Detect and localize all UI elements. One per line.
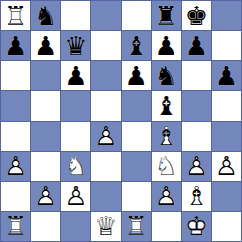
piece-black-pawn: ♟ [61, 61, 90, 90]
piece-white-pawn-fill: ♟ [152, 182, 181, 211]
piece-white-bishop: ♗ [152, 122, 181, 151]
square-g2[interactable]: ♝♗ [182, 182, 211, 211]
square-h5[interactable] [212, 91, 241, 120]
piece-white-pawn-fill: ♟ [31, 182, 60, 211]
square-h4[interactable] [212, 122, 241, 151]
piece-black-bishop: ♝ [152, 91, 181, 120]
piece-white-pawn: ♙ [61, 182, 90, 211]
piece-white-pawn: ♙ [212, 152, 241, 181]
piece-black-pawn: ♟ [212, 61, 241, 90]
square-g3[interactable]: ♟♙ [182, 152, 211, 181]
square-d6[interactable] [91, 61, 120, 90]
square-d4[interactable]: ♟♙ [91, 122, 120, 151]
square-d2[interactable] [91, 182, 120, 211]
piece-black-king: ♚ [182, 1, 211, 30]
square-e3[interactable] [122, 152, 151, 181]
square-c5[interactable] [61, 91, 90, 120]
square-f4[interactable]: ♝♗ [152, 122, 181, 151]
square-e2[interactable] [122, 182, 151, 211]
square-d7[interactable] [91, 31, 120, 60]
square-b4[interactable] [31, 122, 60, 151]
square-f1[interactable] [152, 212, 181, 241]
piece-white-rook: ♖ [1, 1, 30, 30]
piece-black-knight: ♞ [152, 61, 181, 90]
square-d8[interactable] [91, 1, 120, 30]
piece-white-rook-fill: ♜ [122, 212, 151, 241]
square-h8[interactable] [212, 1, 241, 30]
square-d5[interactable] [91, 91, 120, 120]
square-a4[interactable] [1, 122, 30, 151]
square-g4[interactable] [182, 122, 211, 151]
piece-white-pawn-fill: ♟ [212, 152, 241, 181]
piece-white-king: ♔ [182, 212, 211, 241]
piece-white-knight-fill: ♞ [152, 152, 181, 181]
square-d3[interactable] [91, 152, 120, 181]
piece-white-pawn-fill: ♟ [61, 182, 90, 211]
square-a2[interactable] [1, 182, 30, 211]
piece-black-pawn: ♟ [152, 31, 181, 60]
piece-black-rook: ♜ [152, 1, 181, 30]
piece-black-queen: ♛ [61, 31, 90, 60]
square-g8[interactable]: ♚ [182, 1, 211, 30]
piece-white-queen: ♕ [91, 212, 120, 241]
square-c2[interactable]: ♟♙ [61, 182, 90, 211]
square-h3[interactable]: ♟♙ [212, 152, 241, 181]
square-f5[interactable]: ♝ [152, 91, 181, 120]
piece-white-bishop-fill: ♝ [182, 182, 211, 211]
square-d1[interactable]: ♛♕ [91, 212, 120, 241]
square-g1[interactable]: ♚♔ [182, 212, 211, 241]
square-b8[interactable]: ♞ [31, 1, 60, 30]
piece-white-pawn: ♙ [182, 152, 211, 181]
square-f2[interactable]: ♟♙ [152, 182, 181, 211]
piece-white-pawn: ♙ [1, 152, 30, 181]
piece-white-pawn-fill: ♟ [91, 122, 120, 151]
piece-white-pawn-fill: ♟ [1, 152, 30, 181]
square-g6[interactable] [182, 61, 211, 90]
square-e5[interactable] [122, 91, 151, 120]
piece-black-pawn: ♟ [31, 31, 60, 60]
square-b2[interactable]: ♟♙ [31, 182, 60, 211]
piece-black-pawn: ♟ [182, 31, 211, 60]
square-h1[interactable] [212, 212, 241, 241]
piece-white-queen-fill: ♛ [91, 212, 120, 241]
piece-white-bishop: ♗ [182, 182, 211, 211]
square-f7[interactable]: ♟ [152, 31, 181, 60]
square-e4[interactable] [122, 122, 151, 151]
square-g5[interactable] [182, 91, 211, 120]
piece-white-king-fill: ♚ [182, 212, 211, 241]
square-a3[interactable]: ♟♙ [1, 152, 30, 181]
piece-white-knight-fill: ♞ [61, 152, 90, 181]
square-b6[interactable] [31, 61, 60, 90]
square-b5[interactable] [31, 91, 60, 120]
piece-white-pawn: ♙ [91, 122, 120, 151]
square-a6[interactable] [1, 61, 30, 90]
square-a1[interactable]: ♜♖ [1, 212, 30, 241]
piece-black-pawn: ♟ [122, 61, 151, 90]
chess-board: ♜♖♞♜♚♟♟♛♝♟♟♟♟♞♟♝♟♙♝♗♟♙♞♘♞♘♟♙♟♙♟♙♟♙♟♙♝♗♜♖… [0, 0, 242, 242]
square-c4[interactable] [61, 122, 90, 151]
piece-black-bishop: ♝ [122, 31, 151, 60]
piece-black-knight: ♞ [31, 1, 60, 30]
square-c7[interactable]: ♛ [61, 31, 90, 60]
square-f6[interactable]: ♞ [152, 61, 181, 90]
square-a5[interactable] [1, 91, 30, 120]
piece-white-rook-fill: ♜ [1, 212, 30, 241]
square-a7[interactable]: ♟ [1, 31, 30, 60]
square-e7[interactable]: ♝ [122, 31, 151, 60]
square-e1[interactable]: ♜♖ [122, 212, 151, 241]
square-c8[interactable] [61, 1, 90, 30]
piece-white-bishop-fill: ♝ [152, 122, 181, 151]
square-f3[interactable]: ♞♘ [152, 152, 181, 181]
piece-white-rook: ♖ [1, 212, 30, 241]
piece-white-rook: ♖ [122, 212, 151, 241]
square-g7[interactable]: ♟ [182, 31, 211, 60]
piece-black-pawn: ♟ [1, 31, 30, 60]
piece-white-pawn: ♙ [152, 182, 181, 211]
square-a8[interactable]: ♜♖ [1, 1, 30, 30]
square-h6[interactable]: ♟ [212, 61, 241, 90]
piece-white-pawn-fill: ♟ [182, 152, 211, 181]
square-c6[interactable]: ♟ [61, 61, 90, 90]
square-b1[interactable] [31, 212, 60, 241]
square-e6[interactable]: ♟ [122, 61, 151, 90]
square-b3[interactable] [31, 152, 60, 181]
square-h2[interactable] [212, 182, 241, 211]
square-f8[interactable]: ♜ [152, 1, 181, 30]
piece-white-rook-fill: ♜ [1, 1, 30, 30]
square-e8[interactable] [122, 1, 151, 30]
square-c3[interactable]: ♞♘ [61, 152, 90, 181]
square-c1[interactable] [61, 212, 90, 241]
square-h7[interactable] [212, 31, 241, 60]
piece-white-pawn: ♙ [31, 182, 60, 211]
square-b7[interactable]: ♟ [31, 31, 60, 60]
piece-white-knight: ♘ [61, 152, 90, 181]
piece-white-knight: ♘ [152, 152, 181, 181]
